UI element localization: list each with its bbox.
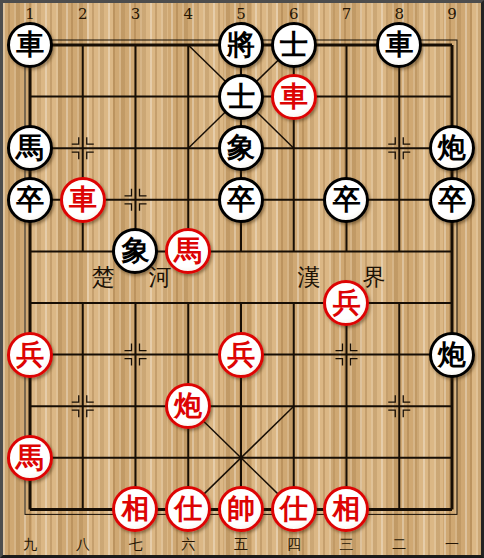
piece-black-cannon[interactable]: 炮 xyxy=(429,332,475,378)
board-point-f2-r2[interactable] xyxy=(56,71,109,123)
board-point-f8-r7[interactable] xyxy=(373,329,426,381)
piece-black-cannon[interactable]: 炮 xyxy=(429,125,475,171)
board-point-f2-r10[interactable] xyxy=(56,484,109,536)
board-point-f8-r10[interactable] xyxy=(373,484,426,536)
board-point-f4-r2[interactable] xyxy=(162,71,215,123)
board-point-f1-r10[interactable] xyxy=(4,484,57,536)
board-point-f2-r7[interactable] xyxy=(56,329,109,381)
piece-red-elephant[interactable]: 相 xyxy=(112,486,158,532)
piece-black-soldier[interactable]: 卒 xyxy=(429,177,475,223)
piece-black-chariot[interactable]: 車 xyxy=(376,22,422,68)
xiangqi-window: { "game": "xiangqi", "position": { "fen"… xyxy=(0,0,484,558)
board-point-f5-r8[interactable] xyxy=(215,380,268,432)
board-point-f7-r3[interactable] xyxy=(320,122,373,174)
board-point-f6-r2[interactable]: 車 xyxy=(267,71,320,123)
board-point-f8-r1[interactable]: 車 xyxy=(373,19,426,71)
piece-red-chariot[interactable]: 車 xyxy=(60,177,106,223)
board-point-f3-r8[interactable] xyxy=(109,380,162,432)
board-point-f9-r9[interactable] xyxy=(426,432,479,484)
board-point-f7-r1[interactable] xyxy=(320,19,373,71)
board-point-f1-r1[interactable]: 車 xyxy=(4,19,57,71)
board-point-f9-r6[interactable] xyxy=(426,277,479,329)
board-point-f6-r4[interactable] xyxy=(267,174,320,226)
piece-black-soldier[interactable]: 卒 xyxy=(323,177,369,223)
board-point-f3-r3[interactable] xyxy=(109,122,162,174)
piece-black-general[interactable]: 將 xyxy=(218,22,264,68)
piece-black-advisor[interactable]: 士 xyxy=(218,74,264,120)
board-point-f6-r3[interactable] xyxy=(267,122,320,174)
piece-red-advisor[interactable]: 仕 xyxy=(271,486,317,532)
piece-black-elephant[interactable]: 象 xyxy=(112,228,158,274)
xiangqi-board: 車將士車士車馬象炮卒車卒卒卒象馬兵兵兵炮炮馬相仕帥仕相 xyxy=(4,19,479,535)
board-point-f1-r2[interactable] xyxy=(4,71,57,123)
board-point-f2-r4[interactable]: 車 xyxy=(56,174,109,226)
board-point-f4-r7[interactable] xyxy=(162,329,215,381)
board-point-f8-r4[interactable] xyxy=(373,174,426,226)
piece-black-horse[interactable]: 馬 xyxy=(7,125,53,171)
piece-red-horse[interactable]: 馬 xyxy=(7,435,53,481)
board-point-f4-r8[interactable]: 炮 xyxy=(162,380,215,432)
board-point-f8-r8[interactable] xyxy=(373,380,426,432)
board-point-f2-r1[interactable] xyxy=(56,19,109,71)
board-point-f1-r5[interactable] xyxy=(4,226,57,278)
file-label-bottom-4: 六 xyxy=(181,536,195,554)
board-point-f6-r6[interactable] xyxy=(267,277,320,329)
board-point-f8-r3[interactable] xyxy=(373,122,426,174)
board-point-f3-r10[interactable]: 相 xyxy=(109,484,162,536)
board-point-f9-r5[interactable] xyxy=(426,226,479,278)
board-point-f6-r7[interactable] xyxy=(267,329,320,381)
board-point-f2-r9[interactable] xyxy=(56,432,109,484)
board-point-f5-r5[interactable] xyxy=(215,226,268,278)
board-point-f7-r4[interactable]: 卒 xyxy=(320,174,373,226)
board-point-f5-r2[interactable]: 士 xyxy=(215,71,268,123)
piece-red-soldier[interactable]: 兵 xyxy=(323,280,369,326)
board-point-f5-r1[interactable]: 將 xyxy=(215,19,268,71)
board-point-f4-r6[interactable] xyxy=(162,277,215,329)
file-label-bottom-5: 五 xyxy=(234,536,248,554)
file-label-bottom-3: 七 xyxy=(129,536,143,554)
board-point-f7-r7[interactable] xyxy=(320,329,373,381)
piece-black-chariot[interactable]: 車 xyxy=(7,22,53,68)
file-label-bottom-2: 八 xyxy=(76,536,90,554)
board-point-f4-r1[interactable] xyxy=(162,19,215,71)
board-point-f3-r7[interactable] xyxy=(109,329,162,381)
board-point-f4-r5[interactable]: 馬 xyxy=(162,226,215,278)
board-point-f7-r2[interactable] xyxy=(320,71,373,123)
board-point-f5-r4[interactable]: 卒 xyxy=(215,174,268,226)
board-point-f6-r5[interactable] xyxy=(267,226,320,278)
board-point-f7-r5[interactable] xyxy=(320,226,373,278)
board-point-f3-r2[interactable] xyxy=(109,71,162,123)
board-point-f9-r4[interactable]: 卒 xyxy=(426,174,479,226)
file-label-bottom-9: 一 xyxy=(445,536,459,554)
piece-red-cannon[interactable]: 炮 xyxy=(165,383,211,429)
board-point-f5-r7[interactable]: 兵 xyxy=(215,329,268,381)
file-label-bottom-6: 四 xyxy=(287,536,301,554)
board-point-f6-r8[interactable] xyxy=(267,380,320,432)
board-point-f1-r3[interactable]: 馬 xyxy=(4,122,57,174)
board-point-f7-r10[interactable]: 相 xyxy=(320,484,373,536)
piece-red-advisor[interactable]: 仕 xyxy=(165,486,211,532)
board-point-f7-r8[interactable] xyxy=(320,380,373,432)
board-point-f9-r8[interactable] xyxy=(426,380,479,432)
board-point-f4-r4[interactable] xyxy=(162,174,215,226)
board-point-f9-r2[interactable] xyxy=(426,71,479,123)
board-point-f3-r4[interactable] xyxy=(109,174,162,226)
board-point-f8-r5[interactable] xyxy=(373,226,426,278)
piece-red-soldier[interactable]: 兵 xyxy=(218,332,264,378)
piece-black-soldier[interactable]: 卒 xyxy=(7,177,53,223)
board-point-f1-r9[interactable]: 馬 xyxy=(4,432,57,484)
board-point-f3-r1[interactable] xyxy=(109,19,162,71)
board-point-f8-r2[interactable] xyxy=(373,71,426,123)
board-point-f2-r5[interactable] xyxy=(56,226,109,278)
board-point-f9-r10[interactable] xyxy=(426,484,479,536)
xiangqi-app: 123456789 楚 河 漢 界 車將士車士車馬象炮卒車卒卒卒象馬兵兵兵炮炮馬… xyxy=(3,3,481,555)
board-point-f9-r7[interactable]: 炮 xyxy=(426,329,479,381)
board-point-f5-r6[interactable] xyxy=(215,277,268,329)
board-point-f3-r6[interactable] xyxy=(109,277,162,329)
board-point-f6-r1[interactable]: 士 xyxy=(267,19,320,71)
file-label-bottom-1: 九 xyxy=(23,536,37,554)
board-point-f5-r3[interactable]: 象 xyxy=(215,122,268,174)
piece-red-chariot[interactable]: 車 xyxy=(271,74,317,120)
board-point-f8-r9[interactable] xyxy=(373,432,426,484)
piece-red-general[interactable]: 帥 xyxy=(218,486,264,532)
piece-black-soldier[interactable]: 卒 xyxy=(218,177,264,223)
board-point-f8-r6[interactable] xyxy=(373,277,426,329)
board-point-f9-r1[interactable] xyxy=(426,19,479,71)
board-point-f4-r9[interactable] xyxy=(162,432,215,484)
board-point-f3-r5[interactable]: 象 xyxy=(109,226,162,278)
board-point-f9-r3[interactable]: 炮 xyxy=(426,122,479,174)
piece-red-horse[interactable]: 馬 xyxy=(165,228,211,274)
board-point-f4-r3[interactable] xyxy=(162,122,215,174)
board-point-f2-r3[interactable] xyxy=(56,122,109,174)
piece-black-advisor[interactable]: 士 xyxy=(271,22,317,68)
board-point-f3-r9[interactable] xyxy=(109,432,162,484)
piece-black-elephant[interactable]: 象 xyxy=(218,125,264,171)
board-point-f1-r6[interactable] xyxy=(4,277,57,329)
board-point-f4-r10[interactable]: 仕 xyxy=(162,484,215,536)
board-point-f1-r8[interactable] xyxy=(4,380,57,432)
board-point-f7-r6[interactable]: 兵 xyxy=(320,277,373,329)
piece-red-soldier[interactable]: 兵 xyxy=(7,332,53,378)
board-point-f1-r4[interactable]: 卒 xyxy=(4,174,57,226)
file-label-bottom-8: 二 xyxy=(392,536,406,554)
board-point-f2-r8[interactable] xyxy=(56,380,109,432)
file-label-bottom-7: 三 xyxy=(340,536,354,554)
board-point-f2-r6[interactable] xyxy=(56,277,109,329)
board-point-f5-r9[interactable] xyxy=(215,432,268,484)
piece-red-elephant[interactable]: 相 xyxy=(323,486,369,532)
board-point-f6-r9[interactable] xyxy=(267,432,320,484)
board-point-f6-r10[interactable]: 仕 xyxy=(267,484,320,536)
board-point-f7-r9[interactable] xyxy=(320,432,373,484)
board-point-f5-r10[interactable]: 帥 xyxy=(215,484,268,536)
board-point-f1-r7[interactable]: 兵 xyxy=(4,329,57,381)
